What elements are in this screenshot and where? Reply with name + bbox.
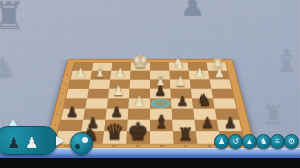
square-b5[interactable]: ♞ <box>192 99 215 109</box>
black-knight-b5[interactable]: ♞ <box>186 92 222 108</box>
square-f2[interactable]: ♟ <box>110 71 130 80</box>
movelist-button[interactable]: ≡ <box>270 134 285 149</box>
player-button[interactable]: ♟ <box>214 134 229 149</box>
game-toolbar: ♟↺▲♞≡⚙ <box>215 134 299 149</box>
white-pawn-f2[interactable]: ♟ <box>104 67 137 79</box>
settings-button[interactable]: ⚙ <box>284 134 299 149</box>
black-dot-icon <box>75 144 80 149</box>
square-a3[interactable] <box>210 80 232 89</box>
play-icon[interactable] <box>56 136 64 146</box>
black-rook-c8[interactable]: ♜ <box>166 125 205 143</box>
up-button[interactable]: ▲ <box>242 134 257 149</box>
square-h4[interactable] <box>66 89 89 99</box>
letterbox-strip <box>0 158 300 168</box>
black-king-e8[interactable]: ♚ <box>118 119 157 143</box>
square-a2[interactable]: ♟ <box>208 71 229 80</box>
undo-button[interactable]: ↺ <box>228 134 243 149</box>
app-window: ♜ ♞ ♝ ♟ ♜ ♚♞♜♟♝♟♟♟♝♟♟♟♟♟♞♟♟♟♝♟♟♞♛♚♜ HGFE… <box>0 0 300 168</box>
black-pawn-token-icon: ♟ <box>7 136 20 151</box>
player-tray[interactable]: ♟ ♟ <box>0 126 58 155</box>
white-dot-icon <box>82 137 88 143</box>
square-a7[interactable]: ♟ <box>217 120 242 132</box>
square-c8[interactable]: ♜ <box>173 131 197 143</box>
square-h3[interactable] <box>68 80 90 89</box>
pieces-button[interactable]: ♞ <box>256 134 271 149</box>
black-pawn-a7[interactable]: ♟ <box>211 116 249 130</box>
white-pawn-a2[interactable]: ♟ <box>203 67 236 79</box>
square-e8[interactable]: ♚ <box>126 131 150 143</box>
turn-indicator-orb[interactable] <box>70 132 93 155</box>
white-pawn-token-icon: ♟ <box>25 136 38 151</box>
